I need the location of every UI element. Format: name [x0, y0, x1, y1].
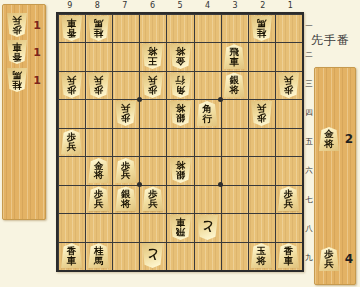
square-7二[interactable]	[112, 42, 139, 70]
square-7一[interactable]	[112, 14, 139, 42]
star-point	[137, 97, 142, 102]
piece-sente-3三[interactable]: 銀将	[224, 73, 245, 98]
piece-gote-5二[interactable]: 金将	[170, 44, 191, 69]
square-4三[interactable]	[194, 71, 221, 99]
piece-gote-5三[interactable]: 角行	[170, 73, 191, 98]
hand-count: 1	[33, 46, 41, 59]
piece-gote-8一[interactable]: 桂馬	[88, 16, 109, 41]
square-9六[interactable]	[58, 156, 85, 184]
piece-sente-8六[interactable]: 金将	[88, 158, 109, 183]
square-8五[interactable]	[85, 128, 112, 156]
piece-gote-5四[interactable]: 銀将	[170, 101, 191, 126]
hand-count: 4	[345, 252, 353, 266]
square-9四[interactable]	[58, 99, 85, 127]
square-2六[interactable]	[248, 156, 275, 184]
square-8二[interactable]	[85, 42, 112, 70]
file-label-4: 4	[194, 0, 222, 12]
square-4五[interactable]	[194, 128, 221, 156]
square-6五[interactable]	[139, 128, 166, 156]
rank-labels: 一二三四五六七八九	[304, 12, 314, 272]
shogi-board: 香車桂馬桂馬王将金将飛車歩兵歩兵歩兵角行銀将歩兵歩兵銀将角行歩兵歩兵金将歩兵銀将…	[56, 12, 304, 272]
hand-row-桂馬: 桂馬1	[7, 67, 41, 93]
star-point	[137, 182, 142, 187]
square-7三[interactable]	[112, 71, 139, 99]
piece-sente-3二[interactable]: 飛車	[224, 44, 245, 69]
square-9八[interactable]	[58, 213, 85, 241]
turn-indicator: 先手番	[311, 32, 350, 49]
piece-sente-9九[interactable]: 香車	[61, 243, 82, 268]
file-label-2: 2	[249, 0, 277, 12]
square-5一[interactable]	[166, 14, 193, 42]
file-label-9: 9	[56, 0, 84, 12]
piece-gote-6三[interactable]: 歩兵	[142, 73, 163, 98]
square-2二[interactable]	[248, 42, 275, 70]
piece-sente-8九[interactable]: 桂馬	[88, 243, 109, 268]
square-3一[interactable]	[221, 14, 248, 42]
square-4一[interactable]	[194, 14, 221, 42]
file-label-7: 7	[111, 0, 139, 12]
hand-piece-香車[interactable]: 香車	[7, 40, 27, 64]
hand-count: 1	[33, 19, 41, 32]
piece-gote-9一[interactable]: 香車	[61, 16, 82, 41]
piece-sente-2九[interactable]: 玉将	[251, 243, 272, 268]
hand-piece-金将[interactable]: 金将	[319, 127, 339, 151]
piece-gote-1三[interactable]: 歩兵	[278, 73, 299, 98]
square-4七[interactable]	[194, 185, 221, 213]
piece-gote-2一[interactable]: 桂馬	[251, 16, 272, 41]
hand-row-金将: 金将2	[319, 126, 353, 152]
piece-sente-6七[interactable]: 歩兵	[142, 186, 163, 211]
square-5九[interactable]	[166, 242, 193, 270]
file-label-5: 5	[166, 0, 194, 12]
hand-piece-桂馬[interactable]: 桂馬	[7, 68, 27, 92]
hand-piece-歩兵[interactable]: 歩兵	[319, 247, 339, 271]
square-9二[interactable]	[58, 42, 85, 70]
rank-label-四: 四	[304, 99, 314, 128]
star-point	[218, 97, 223, 102]
rank-label-八: 八	[304, 214, 314, 243]
piece-sente-9五[interactable]: 歩兵	[61, 130, 82, 155]
piece-gote-8三[interactable]: 歩兵	[88, 73, 109, 98]
piece-sente-1七[interactable]: 歩兵	[278, 186, 299, 211]
shogi-app: 歩兵1香車1桂馬1 987654321 香車桂馬桂馬王将金将飛車歩兵歩兵歩兵角行…	[0, 0, 360, 287]
file-label-8: 8	[84, 0, 112, 12]
rank-label-五: 五	[304, 128, 314, 157]
piece-sente-7七[interactable]: 銀将	[115, 186, 136, 211]
square-8四[interactable]	[85, 99, 112, 127]
piece-gote-6二[interactable]: 王将	[142, 44, 163, 69]
rank-label-九: 九	[304, 243, 314, 272]
rank-label-三: 三	[304, 70, 314, 99]
square-2五[interactable]	[248, 128, 275, 156]
square-5五[interactable]	[166, 128, 193, 156]
square-6四[interactable]	[139, 99, 166, 127]
square-1五[interactable]	[275, 128, 302, 156]
square-3七[interactable]	[221, 185, 248, 213]
piece-gote-5八[interactable]: 飛車	[170, 215, 191, 240]
square-3八[interactable]	[221, 213, 248, 241]
square-2七[interactable]	[248, 185, 275, 213]
square-1四[interactable]	[275, 99, 302, 127]
gote-hand-tray: 歩兵1香車1桂馬1	[2, 4, 46, 220]
piece-sente-1九[interactable]: 香車	[278, 243, 299, 268]
board-squares: 香車桂馬桂馬王将金将飛車歩兵歩兵歩兵角行銀将歩兵歩兵銀将角行歩兵歩兵金将歩兵銀将…	[58, 14, 302, 270]
square-5七[interactable]	[166, 185, 193, 213]
square-7九[interactable]	[112, 242, 139, 270]
hand-piece-歩兵[interactable]: 歩兵	[7, 13, 27, 37]
file-labels: 987654321	[56, 0, 304, 12]
square-9七[interactable]	[58, 185, 85, 213]
piece-gote-6九[interactable]: と	[142, 243, 163, 268]
piece-gote-2四[interactable]: 歩兵	[251, 101, 272, 126]
file-label-1: 1	[277, 0, 305, 12]
hand-row-歩兵: 歩兵4	[319, 246, 353, 272]
piece-gote-9三[interactable]: 歩兵	[61, 73, 82, 98]
piece-sente-4四[interactable]: 角行	[197, 101, 218, 126]
square-8八[interactable]	[85, 213, 112, 241]
hand-count: 1	[33, 74, 41, 87]
piece-gote-7四[interactable]: 歩兵	[115, 101, 136, 126]
rank-label-七: 七	[304, 185, 314, 214]
square-2八[interactable]	[248, 213, 275, 241]
square-4六[interactable]	[194, 156, 221, 184]
piece-sente-8七[interactable]: 歩兵	[88, 186, 109, 211]
square-1六[interactable]	[275, 156, 302, 184]
piece-gote-4八[interactable]: と	[197, 215, 218, 240]
square-4九[interactable]	[194, 242, 221, 270]
piece-sente-7六[interactable]: 歩兵	[115, 158, 136, 183]
square-6八[interactable]	[139, 213, 166, 241]
square-3九[interactable]	[221, 242, 248, 270]
square-7五[interactable]	[112, 128, 139, 156]
piece-gote-5六[interactable]: 銀将	[170, 158, 191, 183]
hand-row-香車: 香車1	[7, 39, 41, 65]
star-point	[218, 182, 223, 187]
file-label-6: 6	[139, 0, 167, 12]
square-1二[interactable]	[275, 42, 302, 70]
square-3六[interactable]	[221, 156, 248, 184]
hand-count: 2	[345, 132, 353, 146]
square-1八[interactable]	[275, 213, 302, 241]
square-3四[interactable]	[221, 99, 248, 127]
hand-row-歩兵: 歩兵1	[7, 12, 41, 38]
rank-label-六: 六	[304, 156, 314, 185]
file-label-3: 3	[221, 0, 249, 12]
square-7八[interactable]	[112, 213, 139, 241]
square-2三[interactable]	[248, 71, 275, 99]
square-1一[interactable]	[275, 14, 302, 42]
square-4二[interactable]	[194, 42, 221, 70]
sente-hand-tray: 金将2歩兵4	[314, 67, 356, 285]
square-6六[interactable]	[139, 156, 166, 184]
square-6一[interactable]	[139, 14, 166, 42]
square-3五[interactable]	[221, 128, 248, 156]
